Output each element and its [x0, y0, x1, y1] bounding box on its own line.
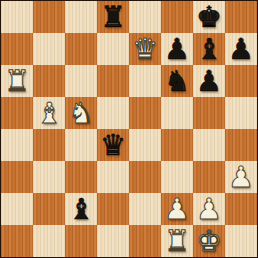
white-pawn-g2[interactable]: ♟ — [193, 193, 225, 225]
square-h7[interactable]: ♟ — [225, 33, 257, 65]
square-g4[interactable] — [193, 129, 225, 161]
square-a1[interactable] — [1, 225, 33, 257]
square-h6[interactable] — [225, 65, 257, 97]
square-h3[interactable]: ♟ — [225, 161, 257, 193]
square-a5[interactable] — [1, 97, 33, 129]
square-e2[interactable] — [129, 193, 161, 225]
square-f8[interactable] — [161, 1, 193, 33]
square-c2[interactable]: ♝ — [65, 193, 97, 225]
square-c3[interactable] — [65, 161, 97, 193]
square-a8[interactable] — [1, 1, 33, 33]
square-b5[interactable]: ♝ — [33, 97, 65, 129]
square-g2[interactable]: ♟ — [193, 193, 225, 225]
square-d6[interactable] — [97, 65, 129, 97]
square-b7[interactable] — [33, 33, 65, 65]
black-bishop-g7[interactable]: ♝ — [193, 33, 225, 65]
square-h1[interactable] — [225, 225, 257, 257]
black-queen-d4[interactable]: ♛ — [97, 129, 129, 161]
square-e5[interactable] — [129, 97, 161, 129]
square-h8[interactable] — [225, 1, 257, 33]
white-pawn-h3[interactable]: ♟ — [225, 161, 257, 193]
square-h4[interactable] — [225, 129, 257, 161]
square-c7[interactable] — [65, 33, 97, 65]
square-g1[interactable]: ♚ — [193, 225, 225, 257]
square-g3[interactable] — [193, 161, 225, 193]
square-e8[interactable] — [129, 1, 161, 33]
square-b2[interactable] — [33, 193, 65, 225]
square-g8[interactable]: ♚ — [193, 1, 225, 33]
square-e7[interactable]: ♛ — [129, 33, 161, 65]
square-f3[interactable] — [161, 161, 193, 193]
square-e6[interactable] — [129, 65, 161, 97]
square-a2[interactable] — [1, 193, 33, 225]
black-pawn-h7[interactable]: ♟ — [225, 33, 257, 65]
square-b6[interactable] — [33, 65, 65, 97]
square-f5[interactable] — [161, 97, 193, 129]
white-bishop-b5[interactable]: ♝ — [33, 97, 65, 129]
square-f2[interactable]: ♟ — [161, 193, 193, 225]
square-f1[interactable]: ♜ — [161, 225, 193, 257]
square-e3[interactable] — [129, 161, 161, 193]
square-f7[interactable]: ♟ — [161, 33, 193, 65]
white-queen-e7[interactable]: ♛ — [129, 33, 161, 65]
square-c6[interactable] — [65, 65, 97, 97]
square-d5[interactable] — [97, 97, 129, 129]
square-c1[interactable] — [65, 225, 97, 257]
black-pawn-f7[interactable]: ♟ — [161, 33, 193, 65]
white-rook-f1[interactable]: ♜ — [161, 225, 193, 257]
square-b1[interactable] — [33, 225, 65, 257]
square-d4[interactable]: ♛ — [97, 129, 129, 161]
square-f6[interactable]: ♞ — [161, 65, 193, 97]
white-king-g1[interactable]: ♚ — [193, 225, 225, 257]
square-b3[interactable] — [33, 161, 65, 193]
square-d8[interactable]: ♜ — [97, 1, 129, 33]
chess-board: ♜♚♛♟♝♟♜♞♟♝♞♛♟♝♟♟♜♚ — [0, 0, 258, 258]
square-g5[interactable] — [193, 97, 225, 129]
white-pawn-f2[interactable]: ♟ — [161, 193, 193, 225]
black-pawn-g6[interactable]: ♟ — [193, 65, 225, 97]
square-h5[interactable] — [225, 97, 257, 129]
square-a7[interactable] — [1, 33, 33, 65]
square-a3[interactable] — [1, 161, 33, 193]
square-c8[interactable] — [65, 1, 97, 33]
square-a6[interactable]: ♜ — [1, 65, 33, 97]
square-e4[interactable] — [129, 129, 161, 161]
square-c5[interactable]: ♞ — [65, 97, 97, 129]
black-bishop-c2[interactable]: ♝ — [65, 193, 97, 225]
black-king-g8[interactable]: ♚ — [193, 1, 225, 33]
square-d3[interactable] — [97, 161, 129, 193]
square-b8[interactable] — [33, 1, 65, 33]
square-d7[interactable] — [97, 33, 129, 65]
square-c4[interactable] — [65, 129, 97, 161]
white-knight-c5[interactable]: ♞ — [65, 97, 97, 129]
square-d2[interactable] — [97, 193, 129, 225]
square-d1[interactable] — [97, 225, 129, 257]
square-g7[interactable]: ♝ — [193, 33, 225, 65]
square-g6[interactable]: ♟ — [193, 65, 225, 97]
square-b4[interactable] — [33, 129, 65, 161]
square-e1[interactable] — [129, 225, 161, 257]
white-rook-a6[interactable]: ♜ — [1, 65, 33, 97]
square-h2[interactable] — [225, 193, 257, 225]
black-rook-d8[interactable]: ♜ — [97, 1, 129, 33]
square-f4[interactable] — [161, 129, 193, 161]
black-knight-f6[interactable]: ♞ — [161, 65, 193, 97]
square-a4[interactable] — [1, 129, 33, 161]
